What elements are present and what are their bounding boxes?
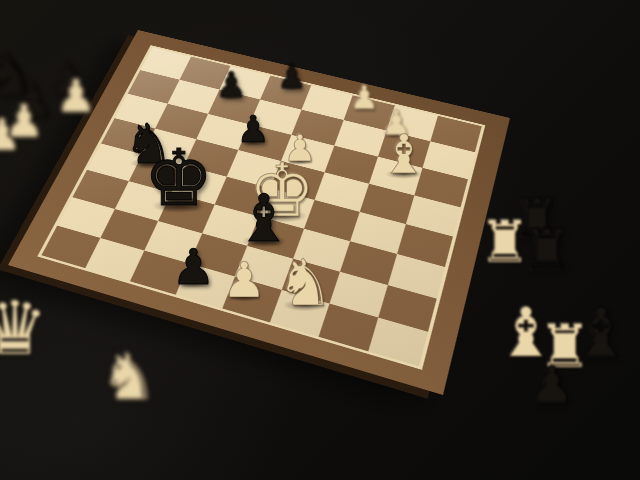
piece-white-pawn-a3[interactable]: ♟	[350, 81, 380, 114]
table-surface: ♟♟♞♟♟♟♟♟♟♟♟♟♞♝♚♚♜♝♜♜♟♟♞♛♝♝♜♞♟	[0, 0, 640, 480]
piece-white-pawn-h4[interactable]: ♟	[222, 256, 266, 305]
captured-white-pawn[interactable]: ♟	[55, 73, 96, 119]
piece-black-bishop-f4[interactable]: ♝	[235, 186, 293, 251]
piece-white-knight-h3[interactable]: ♞	[276, 251, 333, 315]
piece-black-pawn-a5[interactable]: ♟	[277, 60, 307, 93]
piece-white-bishop-c2[interactable]: ♝	[380, 128, 428, 182]
captured-white-queen[interactable]: ♛	[0, 291, 48, 365]
captured-white-pawn[interactable]: ♟	[0, 113, 22, 157]
captured-black-rook[interactable]: ♜	[522, 222, 572, 278]
piece-black-king-f6[interactable]: ♚	[144, 139, 214, 217]
piece-black-pawn-b6[interactable]: ♟	[216, 68, 247, 103]
piece-black-pawn-c5[interactable]: ♟	[236, 112, 269, 149]
piece-black-pawn-h5[interactable]: ♟	[172, 242, 216, 291]
captured-white-knight[interactable]: ♞	[100, 345, 157, 409]
captured-black-pawn[interactable]: ♟	[530, 360, 575, 410]
